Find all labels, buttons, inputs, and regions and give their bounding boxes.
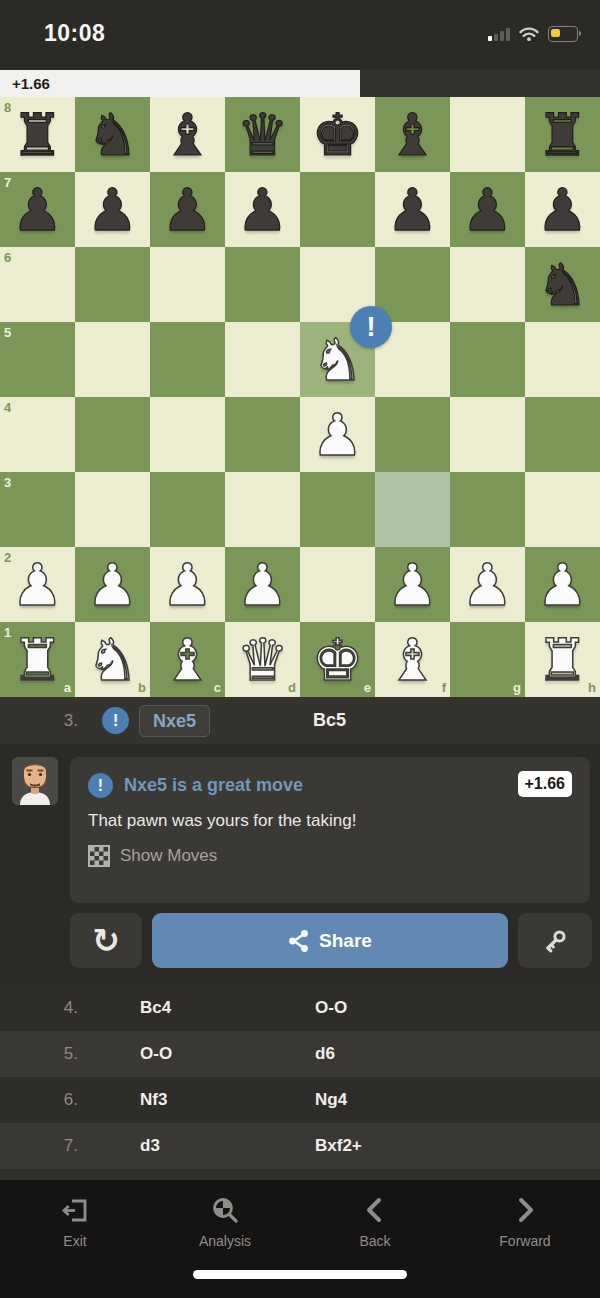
square-b7[interactable]: ♟ [75, 172, 150, 247]
move-row: 6. Nf3 Ng4 [0, 1077, 600, 1123]
analysis-title: Nxe5 is a great move [124, 775, 303, 796]
nav-back-button[interactable]: Back [300, 1180, 450, 1298]
white-move[interactable]: d3 [140, 1123, 160, 1169]
rank-label: 6 [4, 251, 11, 264]
coach-avatar[interactable] [12, 757, 58, 805]
battery-low-power-icon [548, 26, 578, 42]
white-move[interactable]: O-O [140, 1031, 172, 1077]
move-row: 4. Bc4 O-O [0, 985, 600, 1031]
piece-white-rook[interactable]: ♜ [525, 622, 600, 697]
square-g5[interactable] [450, 322, 525, 397]
nav-label: Exit [63, 1233, 86, 1249]
key-button[interactable] [518, 913, 592, 968]
square-f4[interactable] [375, 397, 450, 472]
analysis-panel: ! Nxe5 is a great move +1.66 That pawn w… [70, 757, 590, 903]
nav-label: Forward [499, 1233, 550, 1249]
key-icon [541, 927, 569, 955]
square-d6[interactable] [225, 247, 300, 322]
checkerboard-icon [88, 845, 110, 867]
square-c4[interactable] [150, 397, 225, 472]
piece-white-bishop[interactable]: ♝ [150, 622, 225, 697]
move-row: 7. d3 Bxf2+ [0, 1123, 600, 1169]
selected-move-chip[interactable]: Nxe5 [139, 705, 210, 737]
nav-forward-button[interactable]: Forward [450, 1180, 600, 1298]
move-header-row: 3. ! Nxe5 Bc5 [0, 697, 600, 744]
retry-icon: ↻ [92, 921, 120, 960]
share-button[interactable]: Share [152, 913, 508, 968]
piece-black-bishop[interactable]: ♝ [375, 97, 450, 172]
move-number: 3. [40, 697, 78, 744]
piece-white-pawn[interactable]: ♟ [75, 547, 150, 622]
square-b5[interactable] [75, 322, 150, 397]
square-g2[interactable]: ♟ [450, 547, 525, 622]
piece-black-knight[interactable]: ♞ [75, 97, 150, 172]
analysis-magnifier-icon [209, 1194, 241, 1226]
piece-black-pawn[interactable]: ♟ [0, 172, 75, 247]
wifi-icon [518, 26, 540, 42]
piece-white-pawn[interactable]: ♟ [150, 547, 225, 622]
square-a2[interactable]: 2♟ [0, 547, 75, 622]
analysis-comment: That pawn was yours for the taking! [88, 811, 572, 831]
move-number: 4. [40, 985, 78, 1031]
show-moves-button[interactable]: Show Moves [88, 845, 572, 867]
square-h5[interactable] [525, 322, 600, 397]
bottom-nav: Exit Analysis Back Forward [0, 1180, 600, 1298]
piece-black-pawn[interactable]: ♟ [150, 172, 225, 247]
square-e2[interactable] [300, 547, 375, 622]
square-g4[interactable] [450, 397, 525, 472]
square-a5[interactable]: 5 [0, 322, 75, 397]
piece-white-pawn[interactable]: ♟ [225, 547, 300, 622]
black-move[interactable]: Bxf2+ [315, 1123, 362, 1169]
home-indicator[interactable] [193, 1270, 407, 1279]
square-h2[interactable]: ♟ [525, 547, 600, 622]
piece-white-pawn[interactable]: ♟ [525, 547, 600, 622]
white-move[interactable]: Nf3 [140, 1077, 167, 1123]
nav-analysis-button[interactable]: Analysis [150, 1180, 300, 1298]
black-move[interactable]: Ng4 [315, 1077, 347, 1123]
square-e4[interactable]: ♟ [300, 397, 375, 472]
white-move[interactable]: Bc4 [140, 985, 171, 1031]
status-bar: 10:08 [0, 0, 600, 70]
square-f1[interactable]: f♝ [375, 622, 450, 697]
chevron-right-icon [509, 1194, 541, 1226]
square-g1[interactable]: g [450, 622, 525, 697]
move-number: 5. [40, 1031, 78, 1077]
piece-black-pawn[interactable]: ♟ [450, 172, 525, 247]
square-b6[interactable] [75, 247, 150, 322]
piece-white-pawn[interactable]: ♟ [450, 547, 525, 622]
share-label: Share [319, 930, 372, 952]
piece-white-knight[interactable]: ♞ [75, 622, 150, 697]
square-d4[interactable] [225, 397, 300, 472]
file-label: g [513, 681, 521, 694]
chess-board: 8♜♞♝♛♚♝♜7♟♟♟♟♟♟♟6♞5♞!4♟32♟♟♟♟♟♟♟1a♜b♞c♝d… [0, 97, 600, 697]
square-c6[interactable] [150, 247, 225, 322]
square-e3[interactable] [300, 472, 375, 547]
square-c2[interactable]: ♟ [150, 547, 225, 622]
piece-black-rook[interactable]: ♜ [0, 97, 75, 172]
share-icon [288, 929, 309, 953]
square-d1[interactable]: d♛ [225, 622, 300, 697]
piece-white-queen[interactable]: ♛ [225, 622, 300, 697]
black-move[interactable]: d6 [315, 1031, 335, 1077]
move-list-edge [0, 1169, 600, 1180]
exit-door-icon [59, 1194, 91, 1226]
piece-black-pawn[interactable]: ♟ [75, 172, 150, 247]
nav-label: Analysis [199, 1233, 251, 1249]
square-d2[interactable]: ♟ [225, 547, 300, 622]
square-e1[interactable]: e♚ [300, 622, 375, 697]
evaluation-bar-white: +1.66 [0, 70, 360, 97]
piece-black-rook[interactable]: ♜ [525, 97, 600, 172]
square-c3[interactable] [150, 472, 225, 547]
square-b2[interactable]: ♟ [75, 547, 150, 622]
piece-black-pawn[interactable]: ♟ [375, 172, 450, 247]
square-g8[interactable] [450, 97, 525, 172]
piece-white-pawn[interactable]: ♟ [300, 397, 375, 472]
black-move[interactable]: Bc5 [313, 697, 346, 744]
piece-white-king[interactable]: ♚ [300, 622, 375, 697]
piece-white-pawn[interactable]: ♟ [375, 547, 450, 622]
piece-black-bishop[interactable]: ♝ [150, 97, 225, 172]
square-f6[interactable] [375, 247, 450, 322]
square-b4[interactable] [75, 397, 150, 472]
rank-label: 5 [4, 326, 11, 339]
square-f2[interactable]: ♟ [375, 547, 450, 622]
black-move[interactable]: O-O [315, 985, 347, 1031]
piece-white-rook[interactable]: ♜ [0, 622, 75, 697]
chevron-left-icon [359, 1194, 391, 1226]
square-c1[interactable]: c♝ [150, 622, 225, 697]
square-h4[interactable] [525, 397, 600, 472]
square-h3[interactable] [525, 472, 600, 547]
nav-exit-button[interactable]: Exit [0, 1180, 150, 1298]
retry-button[interactable]: ↻ [70, 913, 142, 968]
square-a4[interactable]: 4 [0, 397, 75, 472]
square-d3[interactable] [225, 472, 300, 547]
piece-black-queen[interactable]: ♛ [225, 97, 300, 172]
square-a3[interactable]: 3 [0, 472, 75, 547]
piece-white-bishop[interactable]: ♝ [375, 622, 450, 697]
square-f3[interactable] [375, 472, 450, 547]
show-moves-label: Show Moves [120, 846, 217, 866]
square-b8[interactable]: ♞ [75, 97, 150, 172]
square-h8[interactable]: ♜ [525, 97, 600, 172]
rank-label: 4 [4, 401, 11, 414]
move-number: 6. [40, 1077, 78, 1123]
move-list: 4. Bc4 O-O 5. O-O d6 6. Nf3 Ng4 7. d3 Bx… [0, 985, 600, 1169]
piece-white-pawn[interactable]: ♟ [0, 547, 75, 622]
cellular-signal-icon [488, 28, 510, 41]
square-d5[interactable] [225, 322, 300, 397]
square-e7[interactable] [300, 172, 375, 247]
square-h6[interactable]: ♞ [525, 247, 600, 322]
square-g7[interactable]: ♟ [450, 172, 525, 247]
great-move-badge-icon: ! [88, 773, 113, 798]
square-b1[interactable]: b♞ [75, 622, 150, 697]
square-a8[interactable]: 8♜ [0, 97, 75, 172]
square-d8[interactable]: ♛ [225, 97, 300, 172]
square-c5[interactable] [150, 322, 225, 397]
square-d7[interactable]: ♟ [225, 172, 300, 247]
square-g3[interactable] [450, 472, 525, 547]
great-move-badge-icon: ! [102, 707, 129, 734]
rank-label: 3 [4, 476, 11, 489]
nav-label: Back [359, 1233, 390, 1249]
square-a6[interactable]: 6 [0, 247, 75, 322]
square-h7[interactable]: ♟ [525, 172, 600, 247]
square-c8[interactable]: ♝ [150, 97, 225, 172]
evaluation-bar: +1.66 [0, 70, 600, 97]
square-a1[interactable]: 1a♜ [0, 622, 75, 697]
square-h1[interactable]: h♜ [525, 622, 600, 697]
piece-black-pawn[interactable]: ♟ [225, 172, 300, 247]
action-buttons: ↻ Share [0, 913, 600, 968]
move-row: 5. O-O d6 [0, 1031, 600, 1077]
piece-black-knight[interactable]: ♞ [525, 247, 600, 322]
chess-analysis-screen: 10:08 +1.66 8♜♞♝♛♚♝♜7♟♟♟♟♟♟♟6♞5♞!4♟32♟♟♟… [0, 0, 600, 1298]
square-c7[interactable]: ♟ [150, 172, 225, 247]
square-f8[interactable]: ♝ [375, 97, 450, 172]
piece-black-king[interactable]: ♚ [300, 97, 375, 172]
move-number: 7. [40, 1123, 78, 1169]
square-f7[interactable]: ♟ [375, 172, 450, 247]
square-e5[interactable]: ♞! [300, 322, 375, 397]
square-b3[interactable] [75, 472, 150, 547]
square-g6[interactable] [450, 247, 525, 322]
evaluation-badge: +1.66 [518, 771, 572, 797]
piece-black-pawn[interactable]: ♟ [525, 172, 600, 247]
square-e8[interactable]: ♚ [300, 97, 375, 172]
great-move-badge-icon: ! [350, 306, 392, 348]
clock-time: 10:08 [44, 20, 105, 47]
square-a7[interactable]: 7♟ [0, 172, 75, 247]
evaluation-value: +1.66 [0, 75, 50, 92]
